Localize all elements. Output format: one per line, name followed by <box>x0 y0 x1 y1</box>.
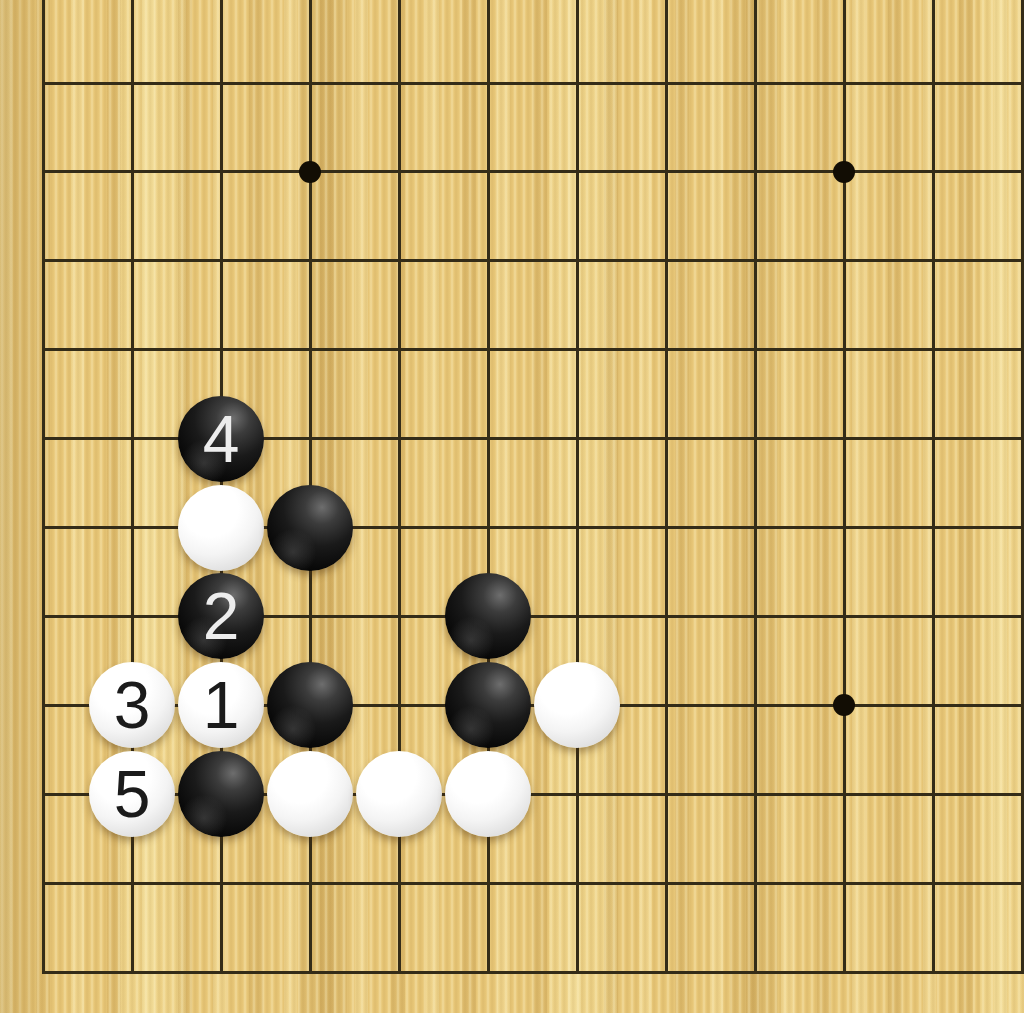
grid-line-vertical <box>932 0 935 974</box>
star-point <box>833 161 855 183</box>
stone-black <box>267 485 353 571</box>
star-point <box>299 161 321 183</box>
stone-black <box>178 751 264 837</box>
stone-white <box>267 751 353 837</box>
grid-line-horizontal <box>42 170 1024 173</box>
stone-white-move-1: 1 <box>178 662 264 748</box>
go-board[interactable]: 42315 <box>0 0 1024 1013</box>
stone-black <box>445 573 531 659</box>
stone-white <box>356 751 442 837</box>
grid-line-vertical <box>576 0 579 974</box>
stone-white <box>178 485 264 571</box>
stone-move-number: 4 <box>203 406 240 472</box>
star-point <box>833 694 855 716</box>
grid-line-horizontal <box>42 882 1024 885</box>
grid-line-horizontal <box>42 348 1024 351</box>
grid-line-vertical <box>42 0 45 974</box>
stone-move-number: 5 <box>114 761 151 827</box>
stone-black <box>267 662 353 748</box>
stone-white <box>534 662 620 748</box>
stone-black <box>445 662 531 748</box>
stone-black-move-2: 2 <box>178 573 264 659</box>
stone-white-move-3: 3 <box>89 662 175 748</box>
stone-move-number: 2 <box>203 583 240 649</box>
stone-white-move-5: 5 <box>89 751 175 837</box>
stone-white <box>445 751 531 837</box>
stone-move-number: 3 <box>114 672 151 738</box>
grid-line-vertical <box>665 0 668 974</box>
grid-line-vertical <box>754 0 757 974</box>
grid-line-vertical <box>843 0 846 974</box>
grid-line-horizontal <box>42 971 1024 974</box>
stone-move-number: 1 <box>203 672 240 738</box>
stone-black-move-4: 4 <box>178 396 264 482</box>
grid-line-horizontal <box>42 259 1024 262</box>
grid-line-horizontal <box>42 82 1024 85</box>
